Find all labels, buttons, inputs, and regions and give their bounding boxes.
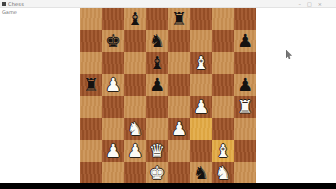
square-f4[interactable]: ♟ xyxy=(190,96,212,118)
piece-white-pawn[interactable]: ♟ xyxy=(102,140,124,162)
square-a2[interactable] xyxy=(80,140,102,162)
piece-white-king[interactable]: ♚ xyxy=(146,162,168,184)
piece-black-knight[interactable]: ♞ xyxy=(190,162,212,184)
square-b6[interactable] xyxy=(102,52,124,74)
square-e3[interactable]: ♟ xyxy=(168,118,190,140)
square-h8[interactable] xyxy=(234,8,256,30)
square-c2[interactable]: ♟ xyxy=(124,140,146,162)
piece-white-pawn[interactable]: ♟ xyxy=(124,140,146,162)
square-g7[interactable] xyxy=(212,30,234,52)
piece-white-pawn[interactable]: ♟ xyxy=(190,96,212,118)
piece-white-queen[interactable]: ♛ xyxy=(146,140,168,162)
piece-white-knight[interactable]: ♞ xyxy=(212,162,234,184)
square-f7[interactable] xyxy=(190,30,212,52)
square-d7[interactable]: ♞ xyxy=(146,30,168,52)
square-b7[interactable]: ♚ xyxy=(102,30,124,52)
square-c1[interactable] xyxy=(124,162,146,184)
piece-white-bishop[interactable]: ♝ xyxy=(190,52,212,74)
minimize-icon[interactable]: – xyxy=(299,1,302,7)
square-e1[interactable] xyxy=(168,162,190,184)
chess-board: ♝♜♚♞♟♝♝♜♟♟♟♟♜♞♟♟♟♛♝♚♞♞ xyxy=(80,8,256,184)
square-e6[interactable] xyxy=(168,52,190,74)
square-a3[interactable] xyxy=(80,118,102,140)
piece-black-knight[interactable]: ♞ xyxy=(146,30,168,52)
app-icon xyxy=(2,2,6,6)
square-f3[interactable] xyxy=(190,118,212,140)
square-d4[interactable] xyxy=(146,96,168,118)
square-a4[interactable] xyxy=(80,96,102,118)
piece-black-bishop[interactable]: ♝ xyxy=(124,8,146,30)
piece-black-rook[interactable]: ♜ xyxy=(80,74,102,96)
square-h7[interactable]: ♟ xyxy=(234,30,256,52)
piece-white-bishop[interactable]: ♝ xyxy=(212,140,234,162)
square-a1[interactable] xyxy=(80,162,102,184)
window-titlebar: Chess xyxy=(0,0,336,8)
square-d1[interactable]: ♚ xyxy=(146,162,168,184)
square-g4[interactable] xyxy=(212,96,234,118)
screen-bottom-strip xyxy=(0,183,336,189)
square-e5[interactable] xyxy=(168,74,190,96)
square-h6[interactable] xyxy=(234,52,256,74)
square-f2[interactable] xyxy=(190,140,212,162)
square-a5[interactable]: ♜ xyxy=(80,74,102,96)
square-c8[interactable]: ♝ xyxy=(124,8,146,30)
square-e4[interactable] xyxy=(168,96,190,118)
square-h1[interactable] xyxy=(234,162,256,184)
square-c3[interactable]: ♞ xyxy=(124,118,146,140)
square-b5[interactable]: ♟ xyxy=(102,74,124,96)
piece-white-knight[interactable]: ♞ xyxy=(124,118,146,140)
square-b2[interactable]: ♟ xyxy=(102,140,124,162)
square-g1[interactable]: ♞ xyxy=(212,162,234,184)
square-g5[interactable] xyxy=(212,74,234,96)
piece-black-pawn[interactable]: ♟ xyxy=(146,74,168,96)
piece-white-rook[interactable]: ♜ xyxy=(234,96,256,118)
square-d6[interactable]: ♝ xyxy=(146,52,168,74)
square-f1[interactable]: ♞ xyxy=(190,162,212,184)
square-b3[interactable] xyxy=(102,118,124,140)
piece-black-pawn[interactable]: ♟ xyxy=(234,74,256,96)
square-e7[interactable] xyxy=(168,30,190,52)
piece-black-pawn[interactable]: ♟ xyxy=(234,30,256,52)
square-f5[interactable] xyxy=(190,74,212,96)
piece-white-pawn[interactable]: ♟ xyxy=(102,74,124,96)
square-g6[interactable] xyxy=(212,52,234,74)
mouse-cursor-icon xyxy=(286,50,292,59)
square-c4[interactable] xyxy=(124,96,146,118)
piece-white-pawn[interactable]: ♟ xyxy=(168,118,190,140)
square-f8[interactable] xyxy=(190,8,212,30)
square-g2[interactable]: ♝ xyxy=(212,140,234,162)
square-h4[interactable]: ♜ xyxy=(234,96,256,118)
square-c5[interactable] xyxy=(124,74,146,96)
square-b1[interactable] xyxy=(102,162,124,184)
square-f6[interactable]: ♝ xyxy=(190,52,212,74)
square-b4[interactable] xyxy=(102,96,124,118)
square-d3[interactable] xyxy=(146,118,168,140)
square-c7[interactable] xyxy=(124,30,146,52)
square-h3[interactable] xyxy=(234,118,256,140)
square-g8[interactable] xyxy=(212,8,234,30)
square-b8[interactable] xyxy=(102,8,124,30)
square-a8[interactable] xyxy=(80,8,102,30)
square-d5[interactable]: ♟ xyxy=(146,74,168,96)
window-title: Chess xyxy=(8,1,24,7)
piece-black-king[interactable]: ♚ xyxy=(102,30,124,52)
square-d2[interactable]: ♛ xyxy=(146,140,168,162)
piece-black-bishop[interactable]: ♝ xyxy=(146,52,168,74)
square-d8[interactable] xyxy=(146,8,168,30)
square-e2[interactable] xyxy=(168,140,190,162)
menu-item-game[interactable]: Game xyxy=(2,9,17,15)
square-h2[interactable] xyxy=(234,140,256,162)
square-e8[interactable]: ♜ xyxy=(168,8,190,30)
square-a7[interactable] xyxy=(80,30,102,52)
square-h5[interactable]: ♟ xyxy=(234,74,256,96)
window-controls: – □ × xyxy=(299,0,322,7)
piece-black-rook[interactable]: ♜ xyxy=(168,8,190,30)
square-c6[interactable] xyxy=(124,52,146,74)
maximize-icon[interactable]: □ xyxy=(307,1,312,7)
square-a6[interactable] xyxy=(80,52,102,74)
close-icon[interactable]: × xyxy=(318,1,322,7)
square-g3[interactable] xyxy=(212,118,234,140)
